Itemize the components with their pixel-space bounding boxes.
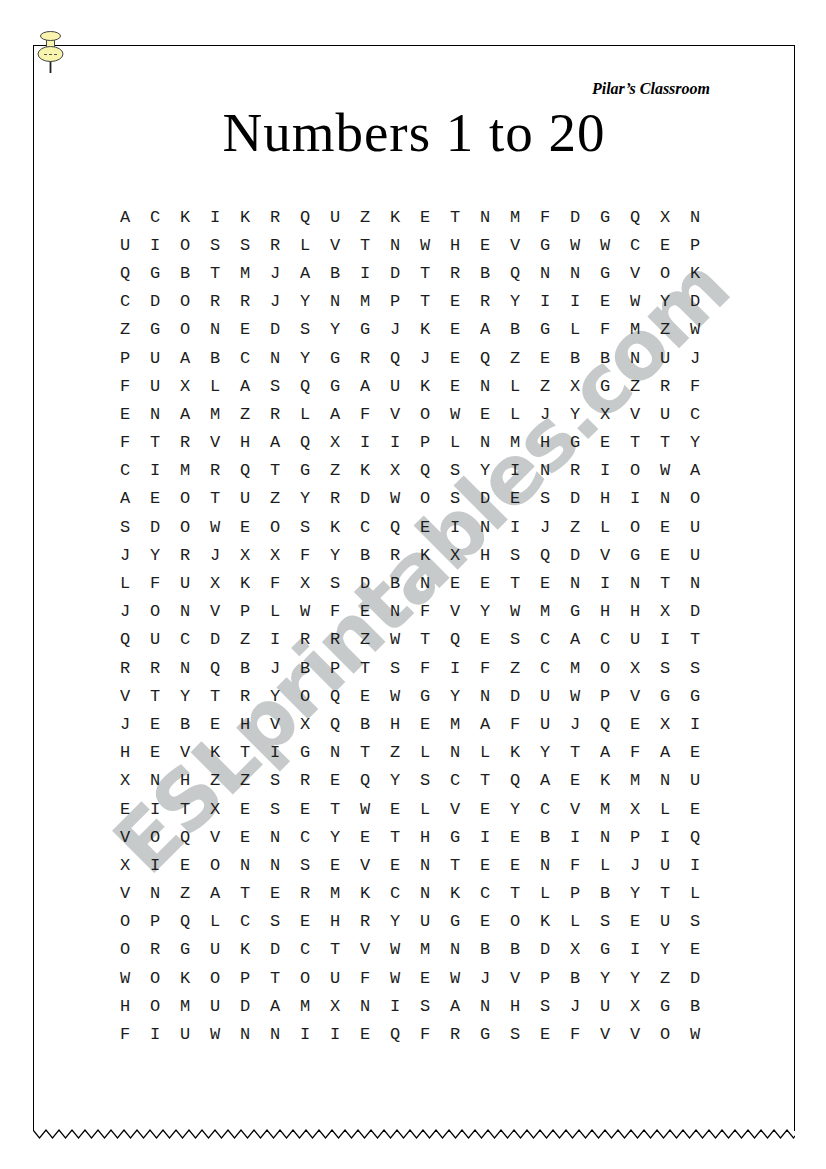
grid-cell: T bbox=[230, 739, 260, 767]
grid-cell: V bbox=[440, 795, 470, 823]
grid-cell: R bbox=[290, 626, 320, 654]
grid-cell: N bbox=[230, 851, 260, 879]
grid-cell: Q bbox=[290, 372, 320, 400]
grid-cell: V bbox=[620, 1020, 650, 1048]
grid-cell: U bbox=[410, 908, 440, 936]
grid-cell: B bbox=[680, 992, 710, 1020]
grid-cell: C bbox=[470, 880, 500, 908]
grid-cell: E bbox=[680, 795, 710, 823]
grid-cell: L bbox=[290, 400, 320, 428]
grid-cell: V bbox=[590, 541, 620, 569]
grid-cell: D bbox=[230, 992, 260, 1020]
grid-cell: T bbox=[140, 429, 170, 457]
grid-cell: Y bbox=[530, 739, 560, 767]
grid-cell: Z bbox=[560, 513, 590, 541]
grid-cell: A bbox=[530, 767, 560, 795]
grid-cell: U bbox=[380, 372, 410, 400]
grid-cell: K bbox=[410, 316, 440, 344]
grid-cell: E bbox=[530, 569, 560, 597]
grid-cell: K bbox=[410, 372, 440, 400]
grid-cell: L bbox=[110, 569, 140, 597]
grid-cell: E bbox=[140, 485, 170, 513]
grid-cell: A bbox=[320, 400, 350, 428]
grid-cell: C bbox=[110, 288, 140, 316]
grid-cell: F bbox=[140, 569, 170, 597]
grid-cell: O bbox=[410, 400, 440, 428]
grid-cell: B bbox=[350, 541, 380, 569]
grid-cell: P bbox=[410, 429, 440, 457]
grid-cell: X bbox=[380, 457, 410, 485]
grid-cell: T bbox=[410, 626, 440, 654]
grid-cell: S bbox=[680, 654, 710, 682]
grid-cell: N bbox=[200, 316, 230, 344]
grid-cell: E bbox=[590, 429, 620, 457]
grid-cell: E bbox=[350, 1020, 380, 1048]
grid-cell: H bbox=[590, 485, 620, 513]
grid-cell: C bbox=[140, 203, 170, 231]
grid-cell: T bbox=[170, 795, 200, 823]
grid-cell: S bbox=[290, 513, 320, 541]
grid-cell: E bbox=[230, 316, 260, 344]
grid-cell: U bbox=[530, 682, 560, 710]
grid-cell: E bbox=[680, 739, 710, 767]
grid-cell: M bbox=[620, 316, 650, 344]
grid-cell: W bbox=[500, 598, 530, 626]
grid-cell: F bbox=[110, 1020, 140, 1048]
grid-cell: O bbox=[140, 598, 170, 626]
grid-cell: N bbox=[680, 203, 710, 231]
grid-cell: T bbox=[320, 936, 350, 964]
grid-cell: J bbox=[560, 992, 590, 1020]
grid-cell: U bbox=[140, 372, 170, 400]
grid-cell: S bbox=[680, 908, 710, 936]
grid-cell: M bbox=[290, 992, 320, 1020]
grid-cell: L bbox=[650, 795, 680, 823]
grid-cell: I bbox=[620, 485, 650, 513]
grid-cell: Z bbox=[260, 485, 290, 513]
grid-cell: E bbox=[230, 823, 260, 851]
grid-cell: F bbox=[530, 203, 560, 231]
grid-cell: K bbox=[680, 259, 710, 287]
grid-cell: Y bbox=[620, 880, 650, 908]
grid-cell: A bbox=[170, 344, 200, 372]
grid-cell: X bbox=[650, 710, 680, 738]
grid-cell: N bbox=[650, 485, 680, 513]
grid-cell: J bbox=[470, 964, 500, 992]
grid-cell: R bbox=[200, 288, 230, 316]
grid-cell: U bbox=[590, 992, 620, 1020]
grid-cell: T bbox=[140, 682, 170, 710]
grid-cell: C bbox=[350, 513, 380, 541]
grid-cell: D bbox=[560, 485, 590, 513]
grid-cell: X bbox=[320, 992, 350, 1020]
grid-cell: A bbox=[260, 992, 290, 1020]
grid-cell: C bbox=[680, 400, 710, 428]
grid-cell: X bbox=[110, 767, 140, 795]
grid-cell: V bbox=[380, 400, 410, 428]
grid-cell: U bbox=[680, 541, 710, 569]
grid-cell: D bbox=[560, 203, 590, 231]
grid-cell: L bbox=[590, 851, 620, 879]
grid-cell: I bbox=[590, 457, 620, 485]
grid-cell: V bbox=[320, 231, 350, 259]
grid-cell: F bbox=[260, 569, 290, 597]
grid-cell: P bbox=[680, 231, 710, 259]
grid-cell: O bbox=[110, 908, 140, 936]
puzzle-area: ESLprintables.com ACKIKRQUZKETNMFDGQXNUI… bbox=[110, 203, 710, 1049]
grid-cell: X bbox=[200, 795, 230, 823]
grid-cell: X bbox=[290, 710, 320, 738]
grid-cell: Y bbox=[470, 598, 500, 626]
grid-cell: N bbox=[260, 1020, 290, 1048]
grid-cell: X bbox=[290, 569, 320, 597]
grid-cell: V bbox=[200, 823, 230, 851]
grid-cell: I bbox=[140, 457, 170, 485]
grid-cell: G bbox=[290, 739, 320, 767]
grid-cell: T bbox=[200, 682, 230, 710]
grid-cell: K bbox=[350, 880, 380, 908]
grid-cell: E bbox=[410, 710, 440, 738]
grid-cell: R bbox=[110, 654, 140, 682]
grid-cell: A bbox=[200, 880, 230, 908]
grid-cell: I bbox=[560, 823, 590, 851]
grid-cell: N bbox=[170, 598, 200, 626]
grid-cell: E bbox=[590, 288, 620, 316]
grid-cell: G bbox=[560, 429, 590, 457]
grid-cell: Y bbox=[620, 964, 650, 992]
grid-cell: Q bbox=[110, 259, 140, 287]
grid-cell: C bbox=[620, 231, 650, 259]
grid-cell: T bbox=[500, 880, 530, 908]
grid-cell: H bbox=[500, 992, 530, 1020]
grid-cell: F bbox=[680, 372, 710, 400]
grid-cell: B bbox=[170, 710, 200, 738]
grid-cell: I bbox=[650, 823, 680, 851]
grid-cell: A bbox=[110, 203, 140, 231]
grid-cell: L bbox=[410, 795, 440, 823]
grid-cell: F bbox=[620, 739, 650, 767]
grid-cell: E bbox=[290, 795, 320, 823]
grid-cell: V bbox=[200, 598, 230, 626]
grid-cell: S bbox=[530, 992, 560, 1020]
grid-cell: U bbox=[200, 936, 230, 964]
grid-cell: N bbox=[470, 429, 500, 457]
grid-cell: X bbox=[620, 795, 650, 823]
grid-cell: G bbox=[590, 936, 620, 964]
grid-cell: J bbox=[260, 654, 290, 682]
grid-cell: Q bbox=[500, 259, 530, 287]
grid-cell: U bbox=[680, 513, 710, 541]
grid-cell: R bbox=[290, 880, 320, 908]
grid-cell: A bbox=[290, 259, 320, 287]
torn-edge bbox=[33, 1129, 795, 1140]
grid-cell: O bbox=[140, 823, 170, 851]
pushpin-icon bbox=[37, 30, 64, 78]
grid-cell: O bbox=[200, 851, 230, 879]
grid-cell: O bbox=[680, 485, 710, 513]
grid-cell: E bbox=[620, 908, 650, 936]
grid-cell: Y bbox=[290, 485, 320, 513]
grid-cell: M bbox=[170, 457, 200, 485]
grid-cell: N bbox=[560, 259, 590, 287]
grid-cell: P bbox=[560, 880, 590, 908]
grid-cell: P bbox=[230, 598, 260, 626]
grid-cell: R bbox=[440, 1020, 470, 1048]
grid-cell: O bbox=[140, 964, 170, 992]
grid-cell: J bbox=[530, 513, 560, 541]
grid-cell: U bbox=[140, 626, 170, 654]
grid-cell: S bbox=[230, 231, 260, 259]
grid-cell: T bbox=[650, 880, 680, 908]
grid-cell: U bbox=[170, 1020, 200, 1048]
grid-cell: K bbox=[230, 203, 260, 231]
grid-cell: T bbox=[380, 823, 410, 851]
grid-cell: S bbox=[320, 569, 350, 597]
grid-cell: C bbox=[290, 936, 320, 964]
grid-cell: U bbox=[650, 851, 680, 879]
grid-cell: E bbox=[410, 513, 440, 541]
grid-cell: E bbox=[530, 1020, 560, 1048]
grid-cell: E bbox=[470, 851, 500, 879]
grid-cell: I bbox=[320, 1020, 350, 1048]
grid-cell: E bbox=[170, 851, 200, 879]
grid-cell: L bbox=[500, 400, 530, 428]
grid-cell: W bbox=[380, 936, 410, 964]
grid-cell: W bbox=[380, 485, 410, 513]
grid-cell: M bbox=[500, 429, 530, 457]
grid-cell: D bbox=[380, 259, 410, 287]
grid-cell: I bbox=[680, 710, 710, 738]
grid-cell: F bbox=[320, 598, 350, 626]
grid-cell: M bbox=[350, 288, 380, 316]
grid-cell: G bbox=[140, 316, 170, 344]
grid-cell: N bbox=[230, 1020, 260, 1048]
grid-cell: E bbox=[650, 541, 680, 569]
grid-cell: S bbox=[500, 541, 530, 569]
grid-cell: H bbox=[590, 598, 620, 626]
grid-cell: G bbox=[440, 908, 470, 936]
grid-cell: Y bbox=[320, 541, 350, 569]
grid-cell: C bbox=[530, 626, 560, 654]
grid-cell: A bbox=[680, 457, 710, 485]
grid-cell: G bbox=[650, 682, 680, 710]
grid-cell: O bbox=[290, 682, 320, 710]
grid-cell: N bbox=[320, 288, 350, 316]
grid-cell: N bbox=[320, 739, 350, 767]
grid-cell: G bbox=[140, 259, 170, 287]
grid-cell: Q bbox=[440, 626, 470, 654]
grid-cell: S bbox=[260, 372, 290, 400]
grid-cell: T bbox=[200, 259, 230, 287]
grid-cell: R bbox=[350, 344, 380, 372]
grid-cell: E bbox=[380, 795, 410, 823]
grid-cell: C bbox=[530, 654, 560, 682]
grid-cell: Z bbox=[110, 316, 140, 344]
grid-cell: V bbox=[620, 259, 650, 287]
grid-cell: H bbox=[620, 598, 650, 626]
grid-cell: T bbox=[440, 203, 470, 231]
grid-cell: F bbox=[350, 964, 380, 992]
grid-cell: C bbox=[380, 880, 410, 908]
grid-cell: Y bbox=[560, 400, 590, 428]
grid-cell: G bbox=[410, 682, 440, 710]
grid-cell: G bbox=[650, 992, 680, 1020]
grid-cell: N bbox=[530, 851, 560, 879]
grid-cell: I bbox=[440, 513, 470, 541]
grid-cell: J bbox=[380, 316, 410, 344]
grid-cell: Q bbox=[680, 823, 710, 851]
grid-cell: H bbox=[530, 429, 560, 457]
grid-cell: E bbox=[230, 513, 260, 541]
grid-cell: Y bbox=[380, 908, 410, 936]
grid-cell: V bbox=[350, 936, 380, 964]
grid-cell: P bbox=[230, 964, 260, 992]
word-search-grid: ACKIKRQUZKETNMFDGQXNUIOSSRLVTNWHEVGWWCEP… bbox=[110, 203, 710, 1049]
grid-cell: H bbox=[380, 710, 410, 738]
grid-cell: M bbox=[200, 400, 230, 428]
grid-cell: P bbox=[620, 823, 650, 851]
grid-cell: D bbox=[350, 485, 380, 513]
grid-cell: G bbox=[590, 203, 620, 231]
grid-cell: W bbox=[380, 626, 410, 654]
grid-cell: N bbox=[380, 598, 410, 626]
grid-cell: S bbox=[200, 231, 230, 259]
grid-cell: Q bbox=[290, 429, 320, 457]
grid-cell: E bbox=[230, 795, 260, 823]
grid-cell: Q bbox=[200, 654, 230, 682]
grid-cell: U bbox=[170, 569, 200, 597]
grid-cell: Q bbox=[170, 908, 200, 936]
grid-cell: L bbox=[440, 429, 470, 457]
grid-cell: K bbox=[230, 936, 260, 964]
grid-cell: I bbox=[590, 569, 620, 597]
grid-cell: K bbox=[530, 908, 560, 936]
grid-cell: E bbox=[350, 682, 380, 710]
grid-cell: L bbox=[530, 880, 560, 908]
grid-cell: U bbox=[200, 992, 230, 1020]
grid-cell: E bbox=[110, 795, 140, 823]
grid-cell: I bbox=[350, 429, 380, 457]
grid-cell: Q bbox=[590, 710, 620, 738]
grid-cell: C bbox=[230, 908, 260, 936]
grid-cell: T bbox=[470, 767, 500, 795]
grid-cell: N bbox=[560, 569, 590, 597]
grid-cell: V bbox=[560, 795, 590, 823]
grid-cell: M bbox=[530, 598, 560, 626]
grid-cell: V bbox=[110, 823, 140, 851]
grid-cell: L bbox=[200, 908, 230, 936]
worksheet-page: Pilar’s Classroom Numbers 1 to 20 ESLpri… bbox=[33, 45, 795, 1131]
grid-cell: F bbox=[590, 316, 620, 344]
grid-cell: E bbox=[650, 513, 680, 541]
grid-cell: J bbox=[560, 710, 590, 738]
grid-cell: Y bbox=[440, 682, 470, 710]
grid-cell: V bbox=[260, 710, 290, 738]
grid-cell: K bbox=[170, 203, 200, 231]
grid-cell: N bbox=[410, 569, 440, 597]
grid-cell: Z bbox=[650, 316, 680, 344]
grid-cell: D bbox=[680, 964, 710, 992]
grid-cell: E bbox=[470, 231, 500, 259]
grid-cell: L bbox=[200, 372, 230, 400]
grid-cell: E bbox=[410, 964, 440, 992]
grid-cell: Q bbox=[350, 767, 380, 795]
grid-cell: Z bbox=[230, 767, 260, 795]
grid-cell: F bbox=[560, 851, 590, 879]
grid-cell: K bbox=[170, 964, 200, 992]
grid-cell: A bbox=[650, 739, 680, 767]
grid-cell: Y bbox=[290, 288, 320, 316]
grid-cell: N bbox=[350, 992, 380, 1020]
grid-cell: C bbox=[110, 457, 140, 485]
grid-cell: H bbox=[110, 992, 140, 1020]
grid-cell: M bbox=[170, 992, 200, 1020]
grid-cell: I bbox=[500, 513, 530, 541]
grid-cell: O bbox=[590, 654, 620, 682]
grid-cell: U bbox=[140, 344, 170, 372]
grid-cell: A bbox=[110, 485, 140, 513]
grid-cell: G bbox=[680, 682, 710, 710]
grid-cell: S bbox=[500, 626, 530, 654]
grid-cell: G bbox=[440, 823, 470, 851]
grid-cell: T bbox=[260, 964, 290, 992]
grid-cell: L bbox=[680, 880, 710, 908]
grid-cell: O bbox=[410, 485, 440, 513]
grid-cell: M bbox=[500, 203, 530, 231]
grid-cell: W bbox=[350, 795, 380, 823]
grid-cell: E bbox=[470, 569, 500, 597]
grid-cell: O bbox=[650, 259, 680, 287]
grid-cell: W bbox=[200, 1020, 230, 1048]
grid-cell: X bbox=[560, 936, 590, 964]
grid-cell: D bbox=[200, 626, 230, 654]
grid-cell: D bbox=[470, 485, 500, 513]
grid-cell: E bbox=[560, 767, 590, 795]
grid-cell: U bbox=[650, 908, 680, 936]
grid-cell: E bbox=[440, 569, 470, 597]
grid-cell: T bbox=[440, 851, 470, 879]
grid-cell: I bbox=[260, 739, 290, 767]
grid-cell: R bbox=[260, 400, 290, 428]
grid-cell: H bbox=[410, 823, 440, 851]
grid-cell: Y bbox=[650, 936, 680, 964]
grid-cell: U bbox=[530, 710, 560, 738]
grid-cell: N bbox=[140, 880, 170, 908]
grid-cell: X bbox=[650, 203, 680, 231]
grid-cell: U bbox=[320, 203, 350, 231]
grid-cell: O bbox=[170, 513, 200, 541]
grid-cell: W bbox=[440, 400, 470, 428]
grid-cell: W bbox=[380, 964, 410, 992]
grid-cell: X bbox=[260, 541, 290, 569]
grid-cell: V bbox=[350, 851, 380, 879]
grid-cell: S bbox=[440, 485, 470, 513]
grid-cell: N bbox=[380, 231, 410, 259]
grid-cell: U bbox=[230, 485, 260, 513]
grid-cell: R bbox=[140, 654, 170, 682]
grid-cell: E bbox=[500, 823, 530, 851]
grid-cell: O bbox=[140, 992, 170, 1020]
grid-cell: D bbox=[350, 569, 380, 597]
page-title: Numbers 1 to 20 bbox=[34, 101, 794, 164]
grid-cell: R bbox=[470, 288, 500, 316]
grid-cell: B bbox=[500, 316, 530, 344]
grid-cell: Y bbox=[500, 288, 530, 316]
grid-cell: R bbox=[260, 231, 290, 259]
grid-cell: Z bbox=[380, 739, 410, 767]
grid-cell: S bbox=[590, 908, 620, 936]
grid-cell: Y bbox=[320, 823, 350, 851]
